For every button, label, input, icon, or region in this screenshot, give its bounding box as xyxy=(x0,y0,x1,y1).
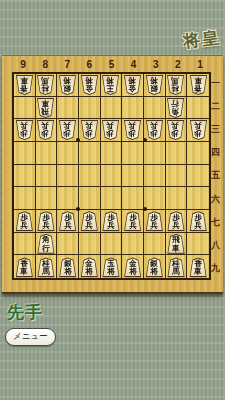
piece-face: 歩兵 xyxy=(102,212,119,230)
board-cell-4九[interactable]: 金将 xyxy=(122,255,144,278)
board-cell-8八[interactable]: 角行 xyxy=(36,233,58,256)
piece-face: 銀将 xyxy=(59,258,76,276)
piece-gote-桂馬[interactable]: 桂馬 xyxy=(36,75,55,95)
board-cell-3六[interactable] xyxy=(144,187,166,210)
piece-sente-歩兵[interactable]: 歩兵 xyxy=(189,211,208,231)
board-cell-3四[interactable] xyxy=(144,142,166,165)
board-cell-1三[interactable]: 歩兵 xyxy=(187,119,209,142)
board-cell-9五[interactable] xyxy=(14,165,36,188)
board-cell-4八[interactable] xyxy=(122,233,144,256)
file-label-1: 1 xyxy=(189,58,211,71)
board-cell-7五[interactable] xyxy=(57,165,79,188)
piece-sente-歩兵[interactable]: 歩兵 xyxy=(36,211,55,231)
board-cell-2八[interactable]: 飛車 xyxy=(166,233,188,256)
piece-gote-歩兵[interactable]: 歩兵 xyxy=(80,120,99,140)
piece-sente-金将[interactable]: 金将 xyxy=(80,257,99,277)
rank-label-四: 四 xyxy=(210,141,221,164)
board-cell-3二[interactable] xyxy=(144,97,166,120)
piece-face: 香車 xyxy=(16,76,33,94)
board-cell-6三[interactable]: 歩兵 xyxy=(79,119,101,142)
board-cell-2一[interactable]: 桂馬 xyxy=(166,74,188,97)
piece-face: 歩兵 xyxy=(124,121,141,139)
piece-gote-王将[interactable]: 王将 xyxy=(101,75,120,95)
piece-face: 銀将 xyxy=(59,76,76,94)
piece-face: 歩兵 xyxy=(16,212,33,230)
piece-face: 歩兵 xyxy=(146,212,163,230)
piece-face: 香車 xyxy=(16,258,33,276)
board-cell-5三[interactable]: 歩兵 xyxy=(101,119,123,142)
piece-sente-歩兵[interactable]: 歩兵 xyxy=(123,211,142,231)
rank-label-三: 三 xyxy=(210,118,221,141)
piece-face: 王将 xyxy=(102,76,119,94)
piece-gote-銀将[interactable]: 銀将 xyxy=(58,75,77,95)
piece-face: 金将 xyxy=(81,76,98,94)
board-cell-4二[interactable] xyxy=(122,97,144,120)
board-cell-2四[interactable] xyxy=(166,142,188,165)
piece-sente-歩兵[interactable]: 歩兵 xyxy=(145,211,164,231)
board-cell-6九[interactable]: 金将 xyxy=(79,255,101,278)
piece-face: 角行 xyxy=(37,235,54,253)
board-cell-9六[interactable] xyxy=(14,187,36,210)
shogi-board: 987654321 香車桂馬銀将金将王将金将銀将桂馬香車飛車角行歩兵歩兵歩兵歩兵… xyxy=(2,55,223,294)
piece-face: 歩兵 xyxy=(190,121,207,139)
piece-face: 桂馬 xyxy=(37,76,54,94)
board-cell-1一[interactable]: 香車 xyxy=(187,74,209,97)
board-cell-4三[interactable]: 歩兵 xyxy=(122,119,144,142)
piece-sente-金将[interactable]: 金将 xyxy=(123,257,142,277)
rank-label-一: 一 xyxy=(210,72,221,95)
piece-face: 金将 xyxy=(124,258,141,276)
board-cell-8三[interactable]: 歩兵 xyxy=(36,119,58,142)
board-cell-9八[interactable] xyxy=(14,233,36,256)
piece-face: 歩兵 xyxy=(167,121,184,139)
board-cell-5一[interactable]: 王将 xyxy=(101,74,123,97)
piece-gote-桂馬[interactable]: 桂馬 xyxy=(166,75,185,95)
board-cell-7七[interactable]: 歩兵 xyxy=(57,210,79,233)
piece-sente-桂馬[interactable]: 桂馬 xyxy=(36,257,55,277)
piece-gote-歩兵[interactable]: 歩兵 xyxy=(36,120,55,140)
board-cell-5七[interactable]: 歩兵 xyxy=(101,210,123,233)
board-cell-3九[interactable]: 銀将 xyxy=(144,255,166,278)
piece-gote-香車[interactable]: 香車 xyxy=(15,75,34,95)
board-cell-5九[interactable]: 玉将 xyxy=(101,255,123,278)
piece-gote-歩兵[interactable]: 歩兵 xyxy=(123,120,142,140)
board-cell-3八[interactable] xyxy=(144,233,166,256)
board-cell-8四[interactable] xyxy=(36,142,58,165)
piece-face: 銀将 xyxy=(146,76,163,94)
piece-face: 歩兵 xyxy=(37,212,54,230)
piece-face: 歩兵 xyxy=(59,121,76,139)
board-cell-3七[interactable]: 歩兵 xyxy=(144,210,166,233)
board-cell-6四[interactable] xyxy=(79,142,101,165)
board-cell-2六[interactable] xyxy=(166,187,188,210)
piece-face: 歩兵 xyxy=(81,121,98,139)
board-cell-6八[interactable] xyxy=(79,233,101,256)
board-cell-9九[interactable]: 香車 xyxy=(14,255,36,278)
board-cell-8九[interactable]: 桂馬 xyxy=(36,255,58,278)
board-cell-9四[interactable] xyxy=(14,142,36,165)
board-cell-2七[interactable]: 歩兵 xyxy=(166,210,188,233)
piece-face: 銀将 xyxy=(146,258,163,276)
file-label-8: 8 xyxy=(34,58,56,71)
piece-gote-銀将[interactable]: 銀将 xyxy=(145,75,164,95)
board-cell-7一[interactable]: 銀将 xyxy=(57,74,79,97)
piece-face: 歩兵 xyxy=(146,121,163,139)
board-cell-1六[interactable] xyxy=(187,187,209,210)
piece-gote-歩兵[interactable]: 歩兵 xyxy=(15,120,34,140)
piece-gote-飛車[interactable]: 飛車 xyxy=(36,98,55,118)
board-cell-8七[interactable]: 歩兵 xyxy=(36,210,58,233)
board-cell-7八[interactable] xyxy=(57,233,79,256)
piece-face: 歩兵 xyxy=(167,212,184,230)
file-label-6: 6 xyxy=(78,58,100,71)
board-cell-4七[interactable]: 歩兵 xyxy=(122,210,144,233)
board-cell-5六[interactable] xyxy=(101,187,123,210)
board-cell-8二[interactable]: 飛車 xyxy=(36,97,58,120)
piece-sente-香車[interactable]: 香車 xyxy=(15,257,34,277)
menu-button[interactable]: メニュー xyxy=(5,328,56,346)
piece-face: 金将 xyxy=(124,76,141,94)
board-cell-6一[interactable]: 金将 xyxy=(79,74,101,97)
piece-sente-歩兵[interactable]: 歩兵 xyxy=(101,211,120,231)
piece-face: 飛車 xyxy=(37,99,54,117)
board-cell-4五[interactable] xyxy=(122,165,144,188)
board-cell-8六[interactable] xyxy=(36,187,58,210)
piece-gote-金将[interactable]: 金将 xyxy=(123,75,142,95)
rank-label-七: 七 xyxy=(210,211,221,234)
piece-face: 飛車 xyxy=(167,235,184,253)
piece-face: 歩兵 xyxy=(16,121,33,139)
board-cell-1八[interactable] xyxy=(187,233,209,256)
file-label-2: 2 xyxy=(167,58,189,71)
piece-face: 歩兵 xyxy=(102,121,119,139)
piece-sente-玉将[interactable]: 玉将 xyxy=(101,257,120,277)
board-cell-3五[interactable] xyxy=(144,165,166,188)
rank-label-二: 二 xyxy=(210,95,221,118)
piece-sente-歩兵[interactable]: 歩兵 xyxy=(166,211,185,231)
piece-face: 桂馬 xyxy=(167,76,184,94)
piece-sente-飛車[interactable]: 飛車 xyxy=(166,234,185,254)
star-point xyxy=(143,138,147,142)
piece-sente-歩兵[interactable]: 歩兵 xyxy=(15,211,34,231)
piece-gote-香車[interactable]: 香車 xyxy=(189,75,208,95)
shogi-app-screen: 将皇 987654321 香車桂馬銀将金将王将金将銀将桂馬香車飛車角行歩兵歩兵歩… xyxy=(0,0,225,400)
board-cell-1七[interactable]: 歩兵 xyxy=(187,210,209,233)
piece-face: 桂馬 xyxy=(37,258,54,276)
board-cell-1四[interactable] xyxy=(187,142,209,165)
player-turn-label: 先手 xyxy=(7,301,43,324)
file-labels: 987654321 xyxy=(12,58,211,71)
board-cell-7四[interactable] xyxy=(57,142,79,165)
piece-sente-銀将[interactable]: 銀将 xyxy=(58,257,77,277)
piece-face: 金将 xyxy=(81,258,98,276)
board-cell-6七[interactable]: 歩兵 xyxy=(79,210,101,233)
piece-face: 香車 xyxy=(190,76,207,94)
board-cell-9一[interactable]: 香車 xyxy=(14,74,36,97)
board-cell-2九[interactable]: 桂馬 xyxy=(166,255,188,278)
piece-face: 歩兵 xyxy=(37,121,54,139)
board-cell-9七[interactable]: 歩兵 xyxy=(14,210,36,233)
file-label-5: 5 xyxy=(100,58,122,71)
piece-gote-歩兵[interactable]: 歩兵 xyxy=(166,120,185,140)
piece-gote-歩兵[interactable]: 歩兵 xyxy=(189,120,208,140)
rank-label-六: 六 xyxy=(210,188,221,211)
board-cell-4六[interactable] xyxy=(122,187,144,210)
piece-gote-角行[interactable]: 角行 xyxy=(166,98,185,118)
board-cell-6二[interactable] xyxy=(79,97,101,120)
file-label-7: 7 xyxy=(56,58,78,71)
rank-label-五: 五 xyxy=(210,164,221,187)
piece-face: 歩兵 xyxy=(190,212,207,230)
board-cell-9三[interactable]: 歩兵 xyxy=(14,119,36,142)
board-cell-2二[interactable]: 角行 xyxy=(166,97,188,120)
board-cell-1二[interactable] xyxy=(187,97,209,120)
piece-face: 歩兵 xyxy=(124,212,141,230)
board-cell-3一[interactable]: 銀将 xyxy=(144,74,166,97)
board-cell-7二[interactable] xyxy=(57,97,79,120)
piece-sente-桂馬[interactable]: 桂馬 xyxy=(166,257,185,277)
board-cell-1五[interactable] xyxy=(187,165,209,188)
board-cell-5八[interactable] xyxy=(101,233,123,256)
board-cell-4四[interactable] xyxy=(122,142,144,165)
board-cell-5四[interactable] xyxy=(101,142,123,165)
piece-sente-香車[interactable]: 香車 xyxy=(189,257,208,277)
piece-gote-歩兵[interactable]: 歩兵 xyxy=(101,120,120,140)
board-cell-2三[interactable]: 歩兵 xyxy=(166,119,188,142)
board-cell-6六[interactable] xyxy=(79,187,101,210)
star-point xyxy=(143,207,147,211)
piece-gote-歩兵[interactable]: 歩兵 xyxy=(58,120,77,140)
piece-face: 桂馬 xyxy=(167,258,184,276)
board-cell-8五[interactable] xyxy=(36,165,58,188)
file-label-4: 4 xyxy=(123,58,145,71)
board-cell-8一[interactable]: 桂馬 xyxy=(36,74,58,97)
piece-sente-角行[interactable]: 角行 xyxy=(36,234,55,254)
board-cell-7九[interactable]: 銀将 xyxy=(57,255,79,278)
board-cell-3三[interactable]: 歩兵 xyxy=(144,119,166,142)
piece-sente-銀将[interactable]: 銀将 xyxy=(145,257,164,277)
file-label-3: 3 xyxy=(145,58,167,71)
piece-face: 歩兵 xyxy=(81,212,98,230)
board-cell-9二[interactable] xyxy=(14,97,36,120)
star-point xyxy=(76,207,80,211)
piece-gote-歩兵[interactable]: 歩兵 xyxy=(145,120,164,140)
board-cell-5二[interactable] xyxy=(101,97,123,120)
board-cell-4一[interactable]: 金将 xyxy=(122,74,144,97)
rank-label-八: 八 xyxy=(210,234,221,257)
piece-sente-歩兵[interactable]: 歩兵 xyxy=(58,211,77,231)
star-point xyxy=(76,138,80,142)
piece-face: 歩兵 xyxy=(59,212,76,230)
piece-sente-歩兵[interactable]: 歩兵 xyxy=(80,211,99,231)
piece-face: 玉将 xyxy=(102,258,119,276)
app-logo: 将皇 xyxy=(182,29,222,51)
board-cell-6五[interactable] xyxy=(79,165,101,188)
piece-gote-金将[interactable]: 金将 xyxy=(80,75,99,95)
rank-label-九: 九 xyxy=(210,257,221,280)
board-cell-1九[interactable]: 香車 xyxy=(187,255,209,278)
piece-face: 角行 xyxy=(167,99,184,117)
file-label-9: 9 xyxy=(12,58,34,71)
board-cell-2五[interactable] xyxy=(166,165,188,188)
board-grid: 香車桂馬銀将金将王将金将銀将桂馬香車飛車角行歩兵歩兵歩兵歩兵歩兵歩兵歩兵歩兵歩兵… xyxy=(12,72,211,280)
rank-labels: 一二三四五六七八九 xyxy=(210,72,221,280)
piece-face: 香車 xyxy=(190,258,207,276)
board-cell-5五[interactable] xyxy=(101,165,123,188)
